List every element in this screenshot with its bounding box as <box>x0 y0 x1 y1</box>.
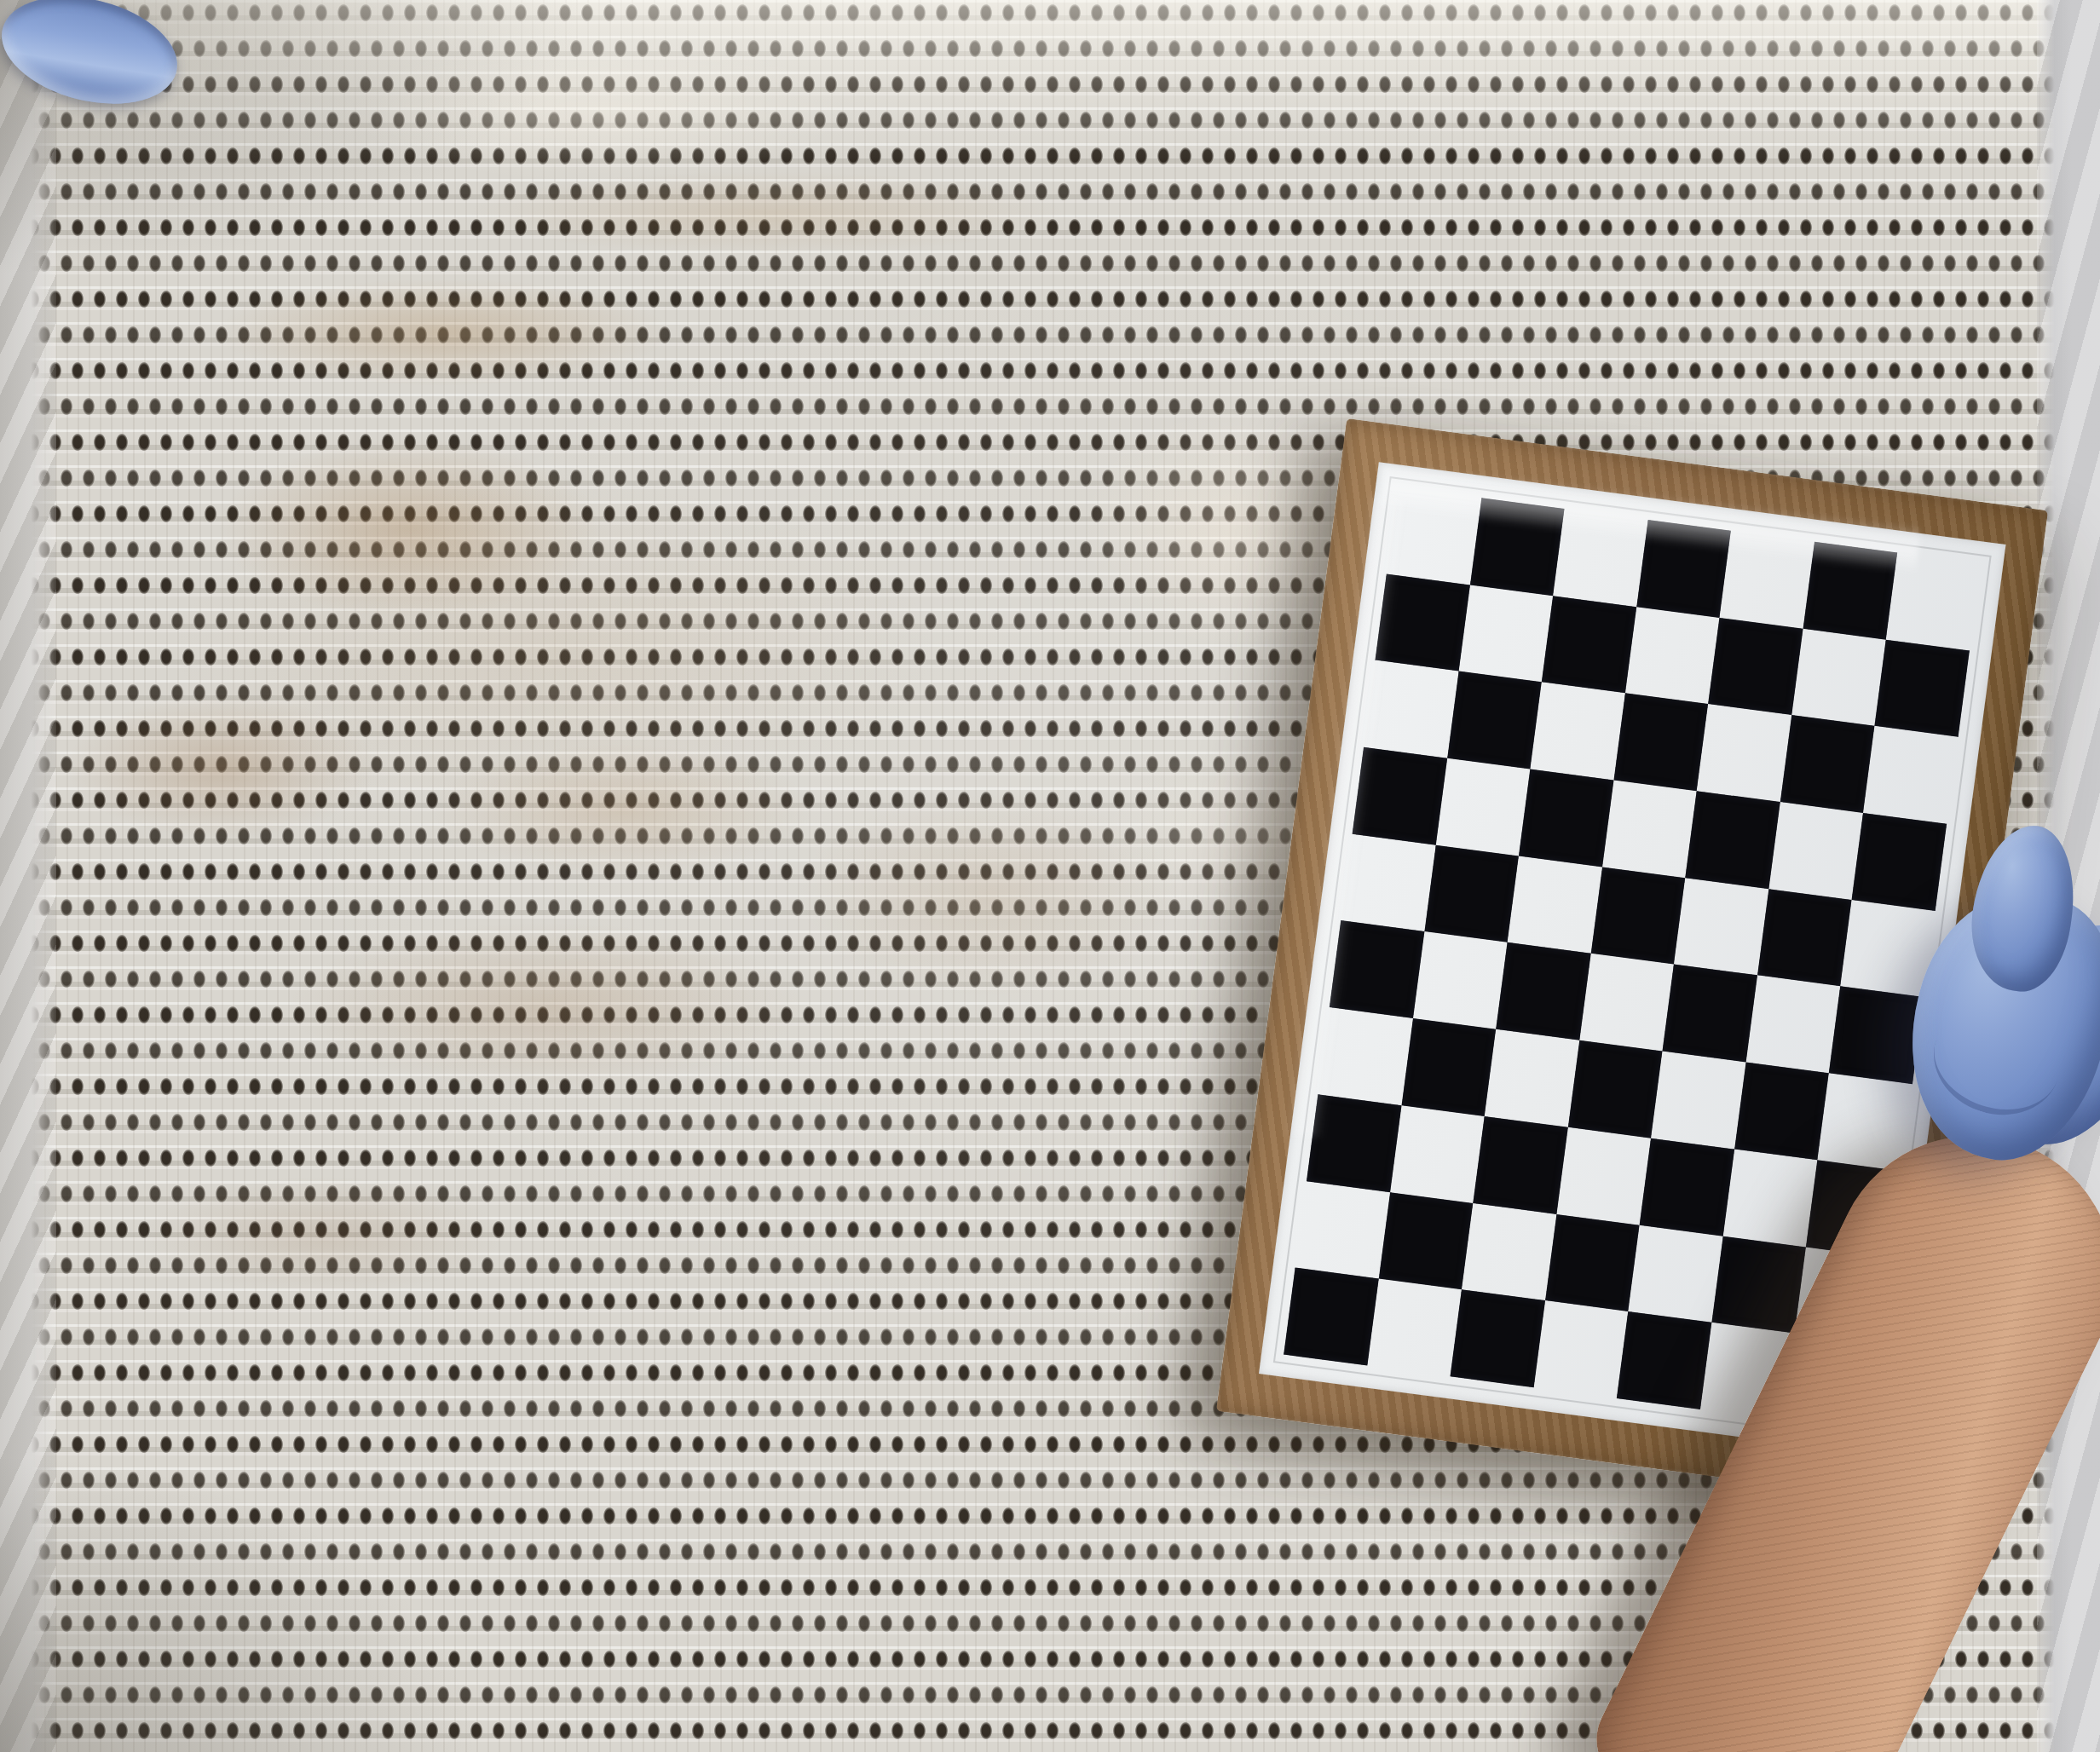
board-cell-r8c3-black <box>1473 1116 1567 1214</box>
board-cell-r9c2-black <box>1378 1192 1473 1290</box>
board-cell-r3c5-white <box>1697 704 1791 802</box>
board-cell-r8c5-black <box>1640 1138 1734 1236</box>
board-cell-r2c4-white <box>1625 607 1720 705</box>
board-cell-r4c5-black <box>1686 791 1780 889</box>
belt-left-edge-strip <box>0 0 56 1752</box>
board-cell-r7c2-black <box>1401 1018 1496 1116</box>
board-cell-r5c6-black <box>1757 889 1852 987</box>
board-cell-r9c4-black <box>1545 1214 1640 1312</box>
board-cell-r10c3-black <box>1451 1290 1545 1388</box>
board-cell-r7c6-black <box>1734 1063 1829 1161</box>
board-cell-r8c2-white <box>1390 1105 1485 1203</box>
board-cell-r5c4-black <box>1590 867 1685 965</box>
board-cell-r9c6-black <box>1711 1236 1806 1334</box>
board-cell-r3c7-white <box>1863 726 1958 824</box>
board-cell-r4c7-black <box>1852 813 1947 911</box>
board-cell-r2c5-black <box>1708 618 1803 716</box>
board-cell-r9c1-white <box>1295 1181 1390 1279</box>
board-cell-r2c2-white <box>1458 585 1553 683</box>
board-cell-r8c6-white <box>1723 1149 1818 1247</box>
board-cell-r7c5-white <box>1651 1052 1745 1150</box>
board-cell-r3c2-black <box>1447 671 1542 769</box>
board-cell-r10c4-white <box>1533 1300 1628 1398</box>
board-cell-r10c2-white <box>1367 1279 1462 1377</box>
board-cell-r3c3-white <box>1530 683 1624 781</box>
board-cell-r2c3-black <box>1542 596 1636 694</box>
board-cell-r6c5-black <box>1663 965 1757 1063</box>
board-cell-r6c3-black <box>1496 942 1590 1040</box>
board-cell-r6c7-black <box>1829 987 1924 1085</box>
board-cell-r4c2-white <box>1435 758 1530 856</box>
board-cell-r10c5-black <box>1617 1311 1711 1409</box>
board-cell-r10c1-black <box>1284 1268 1378 1366</box>
board-cell-r7c3-white <box>1485 1029 1579 1127</box>
belt-top-glint <box>0 0 2100 162</box>
board-cell-r6c4-white <box>1579 954 1674 1052</box>
board-cell-r4c4-white <box>1602 780 1697 878</box>
board-cell-r9c3-white <box>1462 1203 1556 1301</box>
board-cell-r5c5-white <box>1674 878 1768 976</box>
board-cell-r9c5-white <box>1629 1225 1723 1323</box>
board-cell-r4c3-black <box>1519 769 1613 867</box>
board-cell-r6c6-white <box>1745 976 1840 1074</box>
board-cell-r6c2-white <box>1413 931 1508 1029</box>
board-cell-r4c6-white <box>1768 802 1863 900</box>
board-cell-r3c6-black <box>1780 715 1875 813</box>
board-cell-r2c6-white <box>1791 629 1886 727</box>
board-cell-r7c4-black <box>1568 1040 1663 1138</box>
board-cell-r5c2-black <box>1424 845 1519 943</box>
board-cell-r2c7-black <box>1875 639 1970 737</box>
board-cell-r5c3-white <box>1508 856 1602 954</box>
board-cell-r3c4-black <box>1613 694 1708 792</box>
board-cell-r5c7-white <box>1841 900 1936 998</box>
board-cell-r8c4-white <box>1556 1127 1651 1225</box>
calibration-photo-scene <box>0 0 2100 1752</box>
